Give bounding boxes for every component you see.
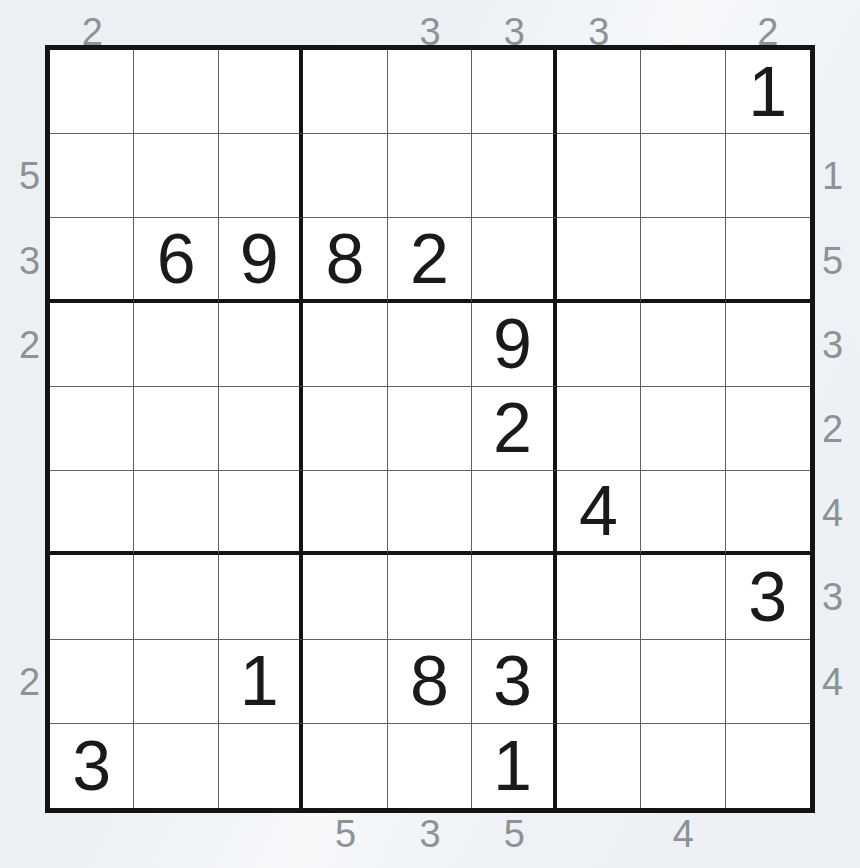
- cell-r2c1[interactable]: [50, 134, 134, 218]
- left-clues: 5322: [0, 50, 45, 808]
- cell-r4c1[interactable]: [50, 303, 134, 387]
- cell-r1c8[interactable]: [641, 50, 725, 134]
- cell-r5c9[interactable]: [726, 387, 810, 471]
- cell-r1c5[interactable]: [388, 50, 472, 134]
- cell-r6c7[interactable]: 4: [557, 471, 641, 555]
- cell-r6c2[interactable]: [134, 471, 218, 555]
- cell-r7c8[interactable]: [641, 555, 725, 639]
- cell-r7c1[interactable]: [50, 555, 134, 639]
- cell-r5c7[interactable]: [557, 387, 641, 471]
- clue-digit: 5: [335, 815, 356, 853]
- sudoku-board: 16982924318331: [45, 45, 815, 813]
- cell-r9c7[interactable]: [557, 724, 641, 808]
- cell-r7c3[interactable]: [219, 555, 303, 639]
- cell-r4c8[interactable]: [641, 303, 725, 387]
- cell-r6c3[interactable]: [219, 471, 303, 555]
- clue-top-c8: [641, 0, 725, 45]
- cell-r8c5[interactable]: 8: [388, 640, 472, 724]
- clue-digit: 2: [19, 326, 40, 364]
- cell-r6c4[interactable]: [303, 471, 387, 555]
- clue-right-r1: [815, 50, 860, 134]
- clue-digit: 3: [419, 815, 440, 853]
- clue-digit: 1: [822, 157, 843, 195]
- cell-r6c5[interactable]: [388, 471, 472, 555]
- cell-r9c3[interactable]: [219, 724, 303, 808]
- cell-r5c6[interactable]: 2: [472, 387, 556, 471]
- cell-r5c4[interactable]: [303, 387, 387, 471]
- clue-top-c1: 2: [50, 0, 134, 45]
- clue-left-r6: [0, 471, 45, 555]
- cell-r4c9[interactable]: [726, 303, 810, 387]
- cell-r3c1[interactable]: [50, 218, 134, 302]
- given-digit: 1: [493, 731, 532, 801]
- cell-r8c6[interactable]: 3: [472, 640, 556, 724]
- cell-r4c3[interactable]: [219, 303, 303, 387]
- cell-r7c5[interactable]: [388, 555, 472, 639]
- clue-right-r5: 2: [815, 387, 860, 471]
- clue-right-r2: 1: [815, 134, 860, 218]
- cell-r8c1[interactable]: [50, 640, 134, 724]
- cell-r9c5[interactable]: [388, 724, 472, 808]
- clue-bottom-c9: [726, 813, 810, 868]
- given-digit: 1: [240, 646, 279, 716]
- given-digit: 1: [748, 57, 787, 127]
- clue-bottom-c7: [557, 813, 641, 868]
- given-digit: 3: [748, 562, 787, 632]
- cell-r7c7[interactable]: [557, 555, 641, 639]
- cell-r1c6[interactable]: [472, 50, 556, 134]
- cell-r2c4[interactable]: [303, 134, 387, 218]
- cell-r8c7[interactable]: [557, 640, 641, 724]
- clue-bottom-c8: 4: [641, 813, 725, 868]
- cell-r9c6[interactable]: 1: [472, 724, 556, 808]
- clue-bottom-c3: [219, 813, 303, 868]
- cell-r1c4[interactable]: [303, 50, 387, 134]
- given-digit: 9: [240, 224, 279, 294]
- cell-r2c9[interactable]: [726, 134, 810, 218]
- clue-left-r7: [0, 555, 45, 639]
- given-digit: 9: [493, 309, 532, 379]
- cell-r9c4[interactable]: [303, 724, 387, 808]
- given-digit: 4: [579, 476, 618, 546]
- cell-r5c1[interactable]: [50, 387, 134, 471]
- cell-r2c2[interactable]: [134, 134, 218, 218]
- given-digit: 2: [493, 393, 532, 463]
- cell-r7c2[interactable]: [134, 555, 218, 639]
- cell-r1c7[interactable]: [557, 50, 641, 134]
- clue-left-r4: 2: [0, 303, 45, 387]
- cell-r3c2[interactable]: 6: [134, 218, 218, 302]
- given-digit: 2: [410, 224, 449, 294]
- cell-r4c7[interactable]: [557, 303, 641, 387]
- cell-r4c6[interactable]: 9: [472, 303, 556, 387]
- cell-r1c9[interactable]: 1: [726, 50, 810, 134]
- cell-r7c6[interactable]: [472, 555, 556, 639]
- given-digit: 8: [326, 224, 365, 294]
- clue-digit: 4: [673, 815, 694, 853]
- cell-r3c9[interactable]: [726, 218, 810, 302]
- clue-digit: 5: [19, 157, 40, 195]
- cell-r8c2[interactable]: [134, 640, 218, 724]
- clue-digit: 3: [822, 578, 843, 616]
- cell-r3c8[interactable]: [641, 218, 725, 302]
- cell-r3c3[interactable]: 9: [219, 218, 303, 302]
- clue-top-c4: [303, 0, 387, 45]
- cell-r5c5[interactable]: [388, 387, 472, 471]
- clue-digit: 2: [822, 410, 843, 448]
- cell-r9c8[interactable]: [641, 724, 725, 808]
- clue-right-r9: [815, 724, 860, 808]
- clue-top-c7: 3: [557, 0, 641, 45]
- cell-r3c7[interactable]: [557, 218, 641, 302]
- cell-r6c8[interactable]: [641, 471, 725, 555]
- cell-r4c5[interactable]: [388, 303, 472, 387]
- clue-top-c3: [219, 0, 303, 45]
- given-digit: 6: [157, 224, 196, 294]
- cell-r4c4[interactable]: [303, 303, 387, 387]
- clue-top-c5: 3: [388, 0, 472, 45]
- given-digit: 3: [493, 646, 532, 716]
- clue-left-r2: 5: [0, 134, 45, 218]
- cell-r5c2[interactable]: [134, 387, 218, 471]
- clue-digit: 3: [822, 326, 843, 364]
- clue-digit: 4: [822, 663, 843, 701]
- cell-r2c7[interactable]: [557, 134, 641, 218]
- cell-r2c5[interactable]: [388, 134, 472, 218]
- clue-left-r8: 2: [0, 640, 45, 724]
- cell-r5c8[interactable]: [641, 387, 725, 471]
- cell-r1c1[interactable]: [50, 50, 134, 134]
- cell-r1c3[interactable]: [219, 50, 303, 134]
- cell-r3c6[interactable]: [472, 218, 556, 302]
- cell-r2c3[interactable]: [219, 134, 303, 218]
- clue-top-c6: 3: [472, 0, 556, 45]
- cell-r6c6[interactable]: [472, 471, 556, 555]
- clue-bottom-c1: [50, 813, 134, 868]
- clue-bottom-c6: 5: [472, 813, 556, 868]
- clue-digit: 5: [504, 815, 525, 853]
- clue-digit: 2: [19, 663, 40, 701]
- cell-r2c6[interactable]: [472, 134, 556, 218]
- cell-r3c4[interactable]: 8: [303, 218, 387, 302]
- given-digit: 3: [72, 731, 111, 801]
- cell-r7c9[interactable]: 3: [726, 555, 810, 639]
- cell-r8c3[interactable]: 1: [219, 640, 303, 724]
- cell-r2c8[interactable]: [641, 134, 725, 218]
- clue-digit: 5: [822, 242, 843, 280]
- clue-left-r9: [0, 724, 45, 808]
- clue-right-r6: 4: [815, 471, 860, 555]
- clue-bottom-c4: 5: [303, 813, 387, 868]
- cell-r9c2[interactable]: [134, 724, 218, 808]
- cell-r9c1[interactable]: 3: [50, 724, 134, 808]
- cell-r1c2[interactable]: [134, 50, 218, 134]
- cell-r9c9[interactable]: [726, 724, 810, 808]
- cell-r6c9[interactable]: [726, 471, 810, 555]
- clue-digit: 3: [19, 242, 40, 280]
- top-clues: 23332: [50, 0, 810, 45]
- clue-right-r4: 3: [815, 303, 860, 387]
- cell-r8c8[interactable]: [641, 640, 725, 724]
- clue-top-c9: 2: [726, 0, 810, 45]
- cell-r3c5[interactable]: 2: [388, 218, 472, 302]
- clue-right-r3: 5: [815, 218, 860, 302]
- cell-r6c1[interactable]: [50, 471, 134, 555]
- cell-r7c4[interactable]: [303, 555, 387, 639]
- clue-top-c2: [134, 0, 218, 45]
- cell-r8c9[interactable]: [726, 640, 810, 724]
- cell-r8c4[interactable]: [303, 640, 387, 724]
- clue-left-r3: 3: [0, 218, 45, 302]
- clue-left-r1: [0, 50, 45, 134]
- clue-bottom-c2: [134, 813, 218, 868]
- clue-bottom-c5: 3: [388, 813, 472, 868]
- given-digit: 8: [410, 646, 449, 716]
- clue-right-r7: 3: [815, 555, 860, 639]
- cell-r5c3[interactable]: [219, 387, 303, 471]
- cell-r4c2[interactable]: [134, 303, 218, 387]
- clue-right-r8: 4: [815, 640, 860, 724]
- bottom-clues: 5354: [50, 813, 810, 868]
- clue-left-r5: [0, 387, 45, 471]
- right-clues: 1532434: [815, 50, 860, 808]
- puzzle-page: 23332 5322 16982924318331 1532434 5354: [0, 0, 860, 868]
- clue-digit: 4: [822, 494, 843, 532]
